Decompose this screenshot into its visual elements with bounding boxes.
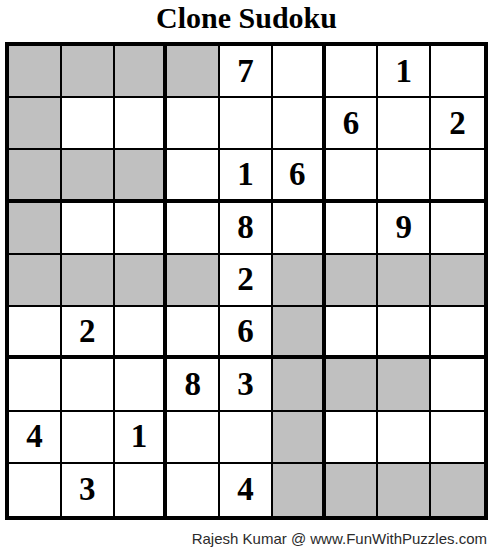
cell-r8c8[interactable]: [378, 412, 431, 464]
cell-r6c6[interactable]: [273, 307, 326, 359]
cell-r4c4[interactable]: [167, 203, 220, 255]
cell-r9c8[interactable]: [378, 464, 431, 516]
cell-r1c6[interactable]: [273, 46, 326, 98]
cell-r5c3[interactable]: [115, 255, 168, 307]
cell-r4c6[interactable]: [273, 203, 326, 255]
cell-r4c1[interactable]: [9, 203, 62, 255]
cell-r2c9[interactable]: 2: [431, 98, 484, 150]
cell-r7c1[interactable]: [9, 359, 62, 411]
cell-r6c4[interactable]: [167, 307, 220, 359]
cell-r9c5[interactable]: 4: [220, 464, 273, 516]
cell-r4c8[interactable]: 9: [378, 203, 431, 255]
cell-r9c7[interactable]: [326, 464, 379, 516]
cell-r9c6[interactable]: [273, 464, 326, 516]
cell-r1c4[interactable]: [167, 46, 220, 98]
cell-r4c7[interactable]: [326, 203, 379, 255]
cell-r5c9[interactable]: [431, 255, 484, 307]
cell-r6c3[interactable]: [115, 307, 168, 359]
cell-r9c1[interactable]: [9, 464, 62, 516]
cell-r1c9[interactable]: [431, 46, 484, 98]
cell-r1c8[interactable]: 1: [378, 46, 431, 98]
cell-r5c1[interactable]: [9, 255, 62, 307]
cell-r7c7[interactable]: [326, 359, 379, 411]
cell-r7c5[interactable]: 3: [220, 359, 273, 411]
cell-r2c1[interactable]: [9, 98, 62, 150]
cell-r2c6[interactable]: [273, 98, 326, 150]
cell-r3c7[interactable]: [326, 150, 379, 202]
cell-r4c2[interactable]: [62, 203, 115, 255]
cell-r1c2[interactable]: [62, 46, 115, 98]
cell-r1c1[interactable]: [9, 46, 62, 98]
puzzle-title: Clone Sudoku: [0, 1, 493, 35]
cell-r8c6[interactable]: [273, 412, 326, 464]
credit-text: Rajesh Kumar @ www.FunWithPuzzles.com: [192, 530, 487, 547]
cell-r5c7[interactable]: [326, 255, 379, 307]
cell-r6c2[interactable]: 2: [62, 307, 115, 359]
cell-r9c2[interactable]: 3: [62, 464, 115, 516]
cell-r2c2[interactable]: [62, 98, 115, 150]
cell-r5c4[interactable]: [167, 255, 220, 307]
cell-r8c7[interactable]: [326, 412, 379, 464]
cell-r5c5[interactable]: 2: [220, 255, 273, 307]
cell-r8c5[interactable]: [220, 412, 273, 464]
cell-r7c3[interactable]: [115, 359, 168, 411]
cell-r8c1[interactable]: 4: [9, 412, 62, 464]
cell-r8c2[interactable]: [62, 412, 115, 464]
cell-r2c3[interactable]: [115, 98, 168, 150]
cell-r6c5[interactable]: 6: [220, 307, 273, 359]
cell-r4c9[interactable]: [431, 203, 484, 255]
sudoku-board: 71621689226834134: [5, 42, 488, 520]
cell-r7c8[interactable]: [378, 359, 431, 411]
cell-r8c9[interactable]: [431, 412, 484, 464]
cell-r2c7[interactable]: 6: [326, 98, 379, 150]
cell-r4c5[interactable]: 8: [220, 203, 273, 255]
cell-r3c1[interactable]: [9, 150, 62, 202]
cell-r6c7[interactable]: [326, 307, 379, 359]
cell-r5c2[interactable]: [62, 255, 115, 307]
cell-r6c8[interactable]: [378, 307, 431, 359]
cell-r2c4[interactable]: [167, 98, 220, 150]
cell-r4c3[interactable]: [115, 203, 168, 255]
cell-r5c8[interactable]: [378, 255, 431, 307]
cell-r9c9[interactable]: [431, 464, 484, 516]
cell-r2c8[interactable]: [378, 98, 431, 150]
cell-r8c4[interactable]: [167, 412, 220, 464]
cell-r9c4[interactable]: [167, 464, 220, 516]
cell-r8c3[interactable]: 1: [115, 412, 168, 464]
puzzle-page: Clone Sudoku 71621689226834134 Rajesh Ku…: [0, 0, 493, 551]
cell-r3c2[interactable]: [62, 150, 115, 202]
cell-r3c9[interactable]: [431, 150, 484, 202]
cell-r7c9[interactable]: [431, 359, 484, 411]
cell-r3c8[interactable]: [378, 150, 431, 202]
cell-r1c3[interactable]: [115, 46, 168, 98]
cell-r3c5[interactable]: 1: [220, 150, 273, 202]
cell-r1c7[interactable]: [326, 46, 379, 98]
cell-r6c9[interactable]: [431, 307, 484, 359]
cell-r3c3[interactable]: [115, 150, 168, 202]
cell-r7c6[interactable]: [273, 359, 326, 411]
cell-r7c4[interactable]: 8: [167, 359, 220, 411]
cell-r3c4[interactable]: [167, 150, 220, 202]
cell-r6c1[interactable]: [9, 307, 62, 359]
cell-r7c2[interactable]: [62, 359, 115, 411]
cell-r2c5[interactable]: [220, 98, 273, 150]
cell-r5c6[interactable]: [273, 255, 326, 307]
cell-r1c5[interactable]: 7: [220, 46, 273, 98]
cell-r9c3[interactable]: [115, 464, 168, 516]
cell-r3c6[interactable]: 6: [273, 150, 326, 202]
